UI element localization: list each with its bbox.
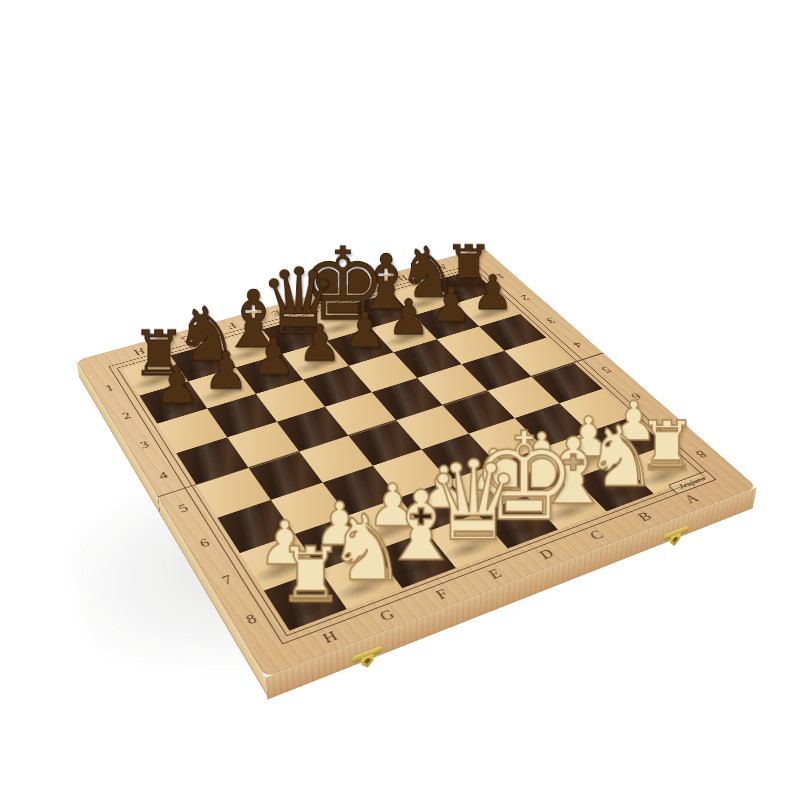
- light-rook-glyph: ♜: [277, 544, 344, 609]
- label-far-file-D: D: [312, 296, 327, 306]
- label-left-rank-2: 2: [120, 410, 133, 421]
- brass-clasp-left-hasp: [361, 654, 373, 670]
- label-far-file-C: C: [354, 285, 369, 294]
- label-left-rank-1: 1: [104, 383, 116, 394]
- brass-clasp-left: [352, 645, 383, 664]
- label-far-file-H: H: [132, 346, 147, 357]
- label-right-rank-2: 2: [518, 293, 532, 302]
- label-far-file-E: E: [269, 308, 283, 318]
- label-far-file-G: G: [179, 333, 194, 343]
- product-photo-scene: Jeujura HGFEDCBAHGFEDCBA1234567812345678…: [0, 0, 800, 800]
- label-far-file-B: B: [395, 273, 410, 282]
- label-far-file-F: F: [225, 321, 238, 331]
- label-right-rank-1: 1: [494, 272, 507, 280]
- label-far-file-A: A: [435, 262, 450, 271]
